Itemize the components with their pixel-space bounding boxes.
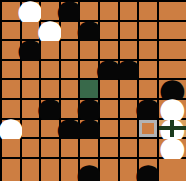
- board-cell-c1-r5[interactable]: [22, 100, 40, 118]
- board-cell-c3-r6[interactable]: ●: [61, 120, 79, 138]
- board-cell-c5-r3[interactable]: ●: [100, 61, 118, 79]
- board-cell-c7-r3[interactable]: [139, 61, 157, 79]
- board-cell-c6-r1[interactable]: [120, 22, 138, 40]
- board-cell-c6-r6[interactable]: [120, 120, 138, 138]
- board-cell-c1-r7[interactable]: [22, 139, 40, 157]
- board-cell-c3-r7[interactable]: [61, 139, 79, 157]
- board-cell-c6-r0[interactable]: [120, 2, 138, 20]
- board-cell-c6-r2[interactable]: [120, 41, 138, 59]
- board-cell-c8-r1[interactable]: [159, 22, 186, 40]
- board-cell-c7-r2[interactable]: [139, 41, 157, 59]
- board-cell-c6-r3[interactable]: ●: [120, 61, 138, 79]
- king-cross-vertical: [170, 120, 174, 138]
- board-cell-c5-r7[interactable]: [100, 139, 118, 157]
- board-cell-c8-r4[interactable]: ●: [159, 80, 186, 98]
- board-cell-c1-r2[interactable]: ●: [22, 41, 40, 59]
- board-cell-c5-r4[interactable]: [100, 80, 118, 98]
- board-cell-c0-r1[interactable]: [2, 22, 20, 40]
- board-cell-c2-r6[interactable]: [41, 120, 59, 138]
- board-cell-c5-r2[interactable]: [100, 41, 118, 59]
- board-cell-c2-r8[interactable]: [41, 159, 59, 181]
- board-cell-c4-r7[interactable]: [80, 139, 98, 157]
- black-stone: ●: [134, 159, 161, 181]
- board-cell-c6-r8[interactable]: [120, 159, 138, 181]
- board-cell-c2-r1[interactable]: ●: [41, 22, 59, 40]
- board-cell-c5-r1[interactable]: [100, 22, 118, 40]
- board-cell-c3-r1[interactable]: [61, 22, 79, 40]
- board-cell-c2-r0[interactable]: [41, 2, 59, 20]
- black-stone: ●: [76, 159, 103, 181]
- board-cell-c1-r0[interactable]: ●: [22, 2, 40, 20]
- board-cell-c3-r3[interactable]: [61, 61, 79, 79]
- board-cell-c1-r1[interactable]: [22, 22, 40, 40]
- board-cell-c2-r2[interactable]: [41, 41, 59, 59]
- board-cell-c2-r7[interactable]: [41, 139, 59, 157]
- board-cell-c0-r3[interactable]: [2, 61, 20, 79]
- board-cell-c3-r2[interactable]: [61, 41, 79, 59]
- board-cell-c8-r8[interactable]: [159, 159, 186, 181]
- board-cell-c0-r0[interactable]: [2, 2, 20, 20]
- board-cell-c8-r2[interactable]: [159, 41, 186, 59]
- board-cell-c7-r4[interactable]: [139, 80, 157, 98]
- board-cell-c4-r8[interactable]: ●: [80, 159, 98, 181]
- board-cell-c8-r3[interactable]: [159, 61, 186, 79]
- board-cell-c3-r4[interactable]: [61, 80, 79, 98]
- board-cell-c1-r4[interactable]: [22, 80, 40, 98]
- board-cell-c5-r5[interactable]: [100, 100, 118, 118]
- board-cell-c6-r7[interactable]: [120, 139, 138, 157]
- board-cell-c0-r7[interactable]: [2, 139, 20, 157]
- board-cell-c3-r0[interactable]: ●: [61, 2, 79, 20]
- board-cell-c8-r0[interactable]: [159, 2, 186, 20]
- board-cell-c3-r5[interactable]: [61, 100, 79, 118]
- board-cell-c2-r3[interactable]: [41, 61, 59, 79]
- board-cell-c0-r5[interactable]: [2, 100, 20, 118]
- tafl-board: ●●●●●●●●●●●●●●●●●●●: [0, 0, 181, 181]
- board-cell-c0-r8[interactable]: [2, 159, 20, 181]
- king-cell[interactable]: ●: [159, 120, 186, 138]
- board-cell-c2-r5[interactable]: ●: [41, 100, 59, 118]
- board-cell-c8-r7[interactable]: ●: [159, 139, 186, 157]
- board-cell-c4-r3[interactable]: [80, 61, 98, 79]
- board-cell-c0-r6[interactable]: ●: [2, 120, 20, 138]
- board-cell-c5-r0[interactable]: [100, 2, 118, 20]
- board-cell-c8-r5[interactable]: ●: [159, 100, 186, 118]
- selected-cell[interactable]: [139, 120, 157, 138]
- board-cell-c4-r0[interactable]: [80, 2, 98, 20]
- board-cell-c5-r8[interactable]: [100, 159, 118, 181]
- board-cell-c3-r8[interactable]: [61, 159, 79, 181]
- board-cell-c7-r7[interactable]: [139, 139, 157, 157]
- board-cell-c1-r6[interactable]: [22, 120, 40, 138]
- board-cell-c7-r8[interactable]: ●: [139, 159, 157, 181]
- board-cell-c6-r4[interactable]: [120, 80, 138, 98]
- board-cell-c7-r0[interactable]: [139, 2, 157, 20]
- board-cell-c7-r1[interactable]: [139, 22, 157, 40]
- board-cell-c6-r5[interactable]: [120, 100, 138, 118]
- board-cell-c4-r1[interactable]: ●: [80, 22, 98, 40]
- board-cell-c5-r6[interactable]: [100, 120, 118, 138]
- board-cell-c4-r5[interactable]: ●: [80, 100, 98, 118]
- board-cell-c0-r2[interactable]: [2, 41, 20, 59]
- board-cell-c4-r2[interactable]: [80, 41, 98, 59]
- board-cell-c2-r4[interactable]: [41, 80, 59, 98]
- throne-cell[interactable]: [80, 80, 98, 98]
- board-cell-c0-r4[interactable]: [2, 80, 20, 98]
- board-cell-c1-r8[interactable]: [22, 159, 40, 181]
- board-cell-c4-r6[interactable]: ●: [80, 120, 98, 138]
- board-cell-c7-r5[interactable]: ●: [139, 100, 157, 118]
- board-cell-c1-r3[interactable]: [22, 61, 40, 79]
